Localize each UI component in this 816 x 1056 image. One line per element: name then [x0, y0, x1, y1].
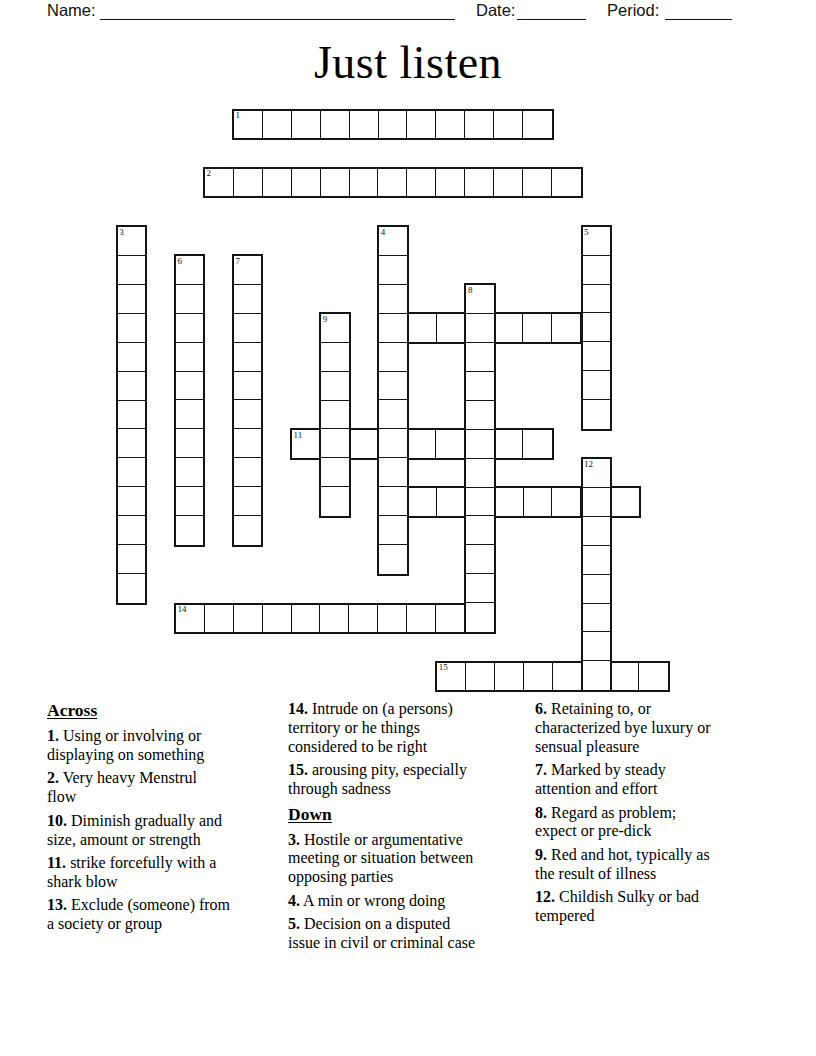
clue-text: Marked by steady attention and effort [535, 761, 666, 797]
clue-number: 14. [288, 700, 308, 717]
clue-13-across: 13. Exclude (someone) from a society or … [47, 896, 268, 934]
cell[interactable] [495, 663, 524, 690]
clue-text: Intrude on (a persons) territory or he t… [288, 700, 453, 755]
grid-number-6: 6 [177, 257, 182, 266]
clue-text: arousing pity, especially through sadnes… [288, 761, 467, 797]
clue-number: 8. [535, 804, 547, 821]
clue-text: Very heavy Menstrul flow [47, 769, 197, 805]
cell[interactable] [436, 111, 465, 138]
cell[interactable] [583, 661, 610, 690]
cell[interactable] [583, 400, 610, 429]
clue-text: Diminish gradually and size, amount or s… [47, 812, 222, 848]
cell[interactable] [408, 430, 437, 457]
grid-number-1: 1 [236, 111, 241, 120]
cell[interactable] [118, 487, 145, 516]
grid-number-9: 9 [323, 315, 328, 324]
cell[interactable] [118, 574, 145, 603]
cell[interactable] [466, 545, 493, 574]
across-14-slot: 14 [174, 603, 496, 634]
cell[interactable] [118, 516, 145, 545]
down-header: Down [288, 804, 521, 825]
down-12-slot: 12 [581, 457, 612, 692]
down-5-slot: 5 [581, 225, 612, 431]
down-7-slot: 7 [232, 254, 263, 547]
cell[interactable] [407, 169, 436, 196]
clue-number: 7. [535, 761, 547, 778]
cell[interactable] [234, 487, 261, 516]
cell[interactable] [118, 256, 145, 285]
cell[interactable] [583, 256, 610, 285]
cell[interactable] [378, 169, 407, 196]
cell[interactable] [583, 517, 610, 546]
cell[interactable] [407, 605, 436, 632]
cell[interactable] [495, 314, 524, 341]
cell[interactable]: 7 [234, 256, 261, 285]
cell[interactable] [321, 429, 348, 458]
cell[interactable] [379, 372, 406, 401]
clue-5-down: 5. Decision on a disputed issue in civil… [288, 915, 521, 953]
clue-number: 11. [47, 854, 66, 871]
cell[interactable] [583, 632, 610, 661]
clue-text: Red and hot, typically as the result of … [535, 846, 710, 882]
cell[interactable] [465, 169, 494, 196]
clue-10-across: 10. Diminish gradually and size, amount … [47, 812, 268, 850]
grid-number-7: 7 [236, 257, 241, 266]
cell[interactable] [263, 111, 292, 138]
cell[interactable] [583, 342, 610, 371]
cell[interactable]: 8 [466, 285, 493, 314]
cell[interactable] [408, 314, 437, 341]
clue-number: 6. [535, 700, 547, 717]
cell[interactable] [583, 546, 610, 575]
cell[interactable] [118, 458, 145, 487]
cell[interactable]: 6 [176, 256, 203, 285]
cell[interactable] [639, 663, 668, 690]
cell[interactable] [292, 111, 321, 138]
cell[interactable] [466, 574, 493, 603]
cell[interactable] [523, 430, 552, 457]
cell[interactable] [407, 111, 436, 138]
cell[interactable] [436, 169, 465, 196]
cell[interactable] [176, 400, 203, 429]
cell[interactable] [379, 429, 406, 458]
across-1-slot: 1 [232, 109, 554, 140]
cell[interactable] [378, 605, 407, 632]
grid-number-4: 4 [381, 228, 386, 237]
cell[interactable] [321, 458, 348, 487]
grid-number-8: 8 [468, 286, 473, 295]
cell[interactable] [320, 605, 349, 632]
across-15-slot: 15 [435, 661, 670, 692]
cell[interactable] [118, 285, 145, 314]
cell[interactable] [553, 663, 582, 690]
cell[interactable]: 4 [379, 227, 406, 256]
clue-text: Exclude (someone) from a society or grou… [47, 896, 230, 932]
cell[interactable] [321, 169, 350, 196]
cell[interactable] [234, 400, 261, 429]
clue-14-across: 14. Intrude on (a persons) territory or … [288, 700, 521, 757]
cell[interactable] [118, 372, 145, 401]
cell[interactable] [523, 169, 552, 196]
cell[interactable] [234, 343, 261, 372]
worksheet-page: Name: Date: Period: Just listen 12101113… [0, 0, 816, 1056]
clue-11-across: 11. strike forcefully with a shark blow [47, 854, 268, 892]
cell[interactable] [176, 314, 203, 343]
grid-number-12: 12 [584, 460, 593, 469]
cell[interactable] [379, 487, 406, 516]
cell[interactable] [234, 285, 261, 314]
clue-number: 10. [47, 812, 67, 829]
down-8-slot: 8 [464, 283, 495, 634]
cell[interactable] [379, 256, 406, 285]
cell[interactable] [263, 169, 292, 196]
cell[interactable] [176, 285, 203, 314]
clue-number: 12. [535, 888, 555, 905]
cell[interactable]: 1 [234, 111, 263, 138]
cell[interactable] [465, 111, 494, 138]
cell[interactable] [349, 605, 378, 632]
cell[interactable]: 3 [118, 227, 145, 256]
grid-number-3: 3 [119, 228, 124, 237]
cell[interactable] [552, 488, 581, 515]
grid-number-11: 11 [294, 431, 303, 440]
clue-text: Using or involving or displaying on some… [47, 727, 204, 763]
clue-number: 3. [288, 831, 300, 848]
cell[interactable] [379, 458, 406, 487]
clue-column-2: 14. Intrude on (a persons) territory or … [288, 700, 521, 957]
clue-15-across: 15. arousing pity, especially through sa… [288, 761, 521, 799]
cell[interactable] [495, 488, 524, 515]
grid-number-2: 2 [206, 169, 211, 178]
cell[interactable] [176, 343, 203, 372]
cell[interactable] [321, 343, 348, 372]
cell[interactable] [118, 343, 145, 372]
down-3-slot: 3 [116, 225, 147, 605]
cell[interactable] [523, 314, 552, 341]
down-4-slot: 4 [377, 225, 408, 576]
cell[interactable] [205, 605, 234, 632]
clue-9-down: 9. Red and hot, typically as the result … [535, 846, 761, 884]
cell[interactable] [176, 429, 203, 458]
cell[interactable]: 12 [583, 459, 610, 488]
cell[interactable] [234, 516, 261, 545]
cell[interactable] [379, 400, 406, 429]
clue-2-across: 2. Very heavy Menstrul flow [47, 769, 268, 807]
clue-text: Retaining to, or characterized bye luxur… [535, 700, 710, 755]
clue-number: 15. [288, 761, 308, 778]
cell[interactable] [583, 313, 610, 342]
cell[interactable] [408, 488, 437, 515]
cell[interactable] [350, 430, 379, 457]
cell[interactable] [263, 605, 292, 632]
clue-8-down: 8. Regard as problem; expect or pre-dick [535, 804, 761, 842]
cell[interactable] [466, 663, 495, 690]
cell[interactable] [437, 488, 466, 515]
cell[interactable] [494, 111, 523, 138]
cell[interactable] [321, 487, 348, 516]
cell[interactable] [176, 516, 203, 545]
cell[interactable] [466, 401, 493, 430]
cell[interactable] [466, 372, 493, 401]
grid-number-15: 15 [439, 663, 448, 672]
cell[interactable] [234, 372, 261, 401]
clue-text: Childish Sulky or bad tempered [535, 888, 699, 924]
cell[interactable] [379, 545, 406, 574]
cell[interactable] [466, 430, 493, 459]
cell[interactable] [379, 516, 406, 545]
clue-number: 5. [288, 915, 300, 932]
cell[interactable] [234, 605, 263, 632]
cell[interactable] [118, 429, 145, 458]
cell[interactable] [118, 401, 145, 430]
cell[interactable] [466, 343, 493, 372]
cell[interactable] [583, 371, 610, 400]
cell[interactable] [583, 285, 610, 314]
cell[interactable] [466, 459, 493, 488]
cell[interactable] [552, 169, 581, 196]
cell[interactable] [321, 111, 350, 138]
clue-text: strike forcefully with a shark blow [47, 854, 216, 890]
cell[interactable] [523, 111, 552, 138]
cell[interactable] [524, 663, 553, 690]
cell[interactable] [466, 314, 493, 343]
clue-text: A min or wrong doing [300, 892, 445, 909]
cell[interactable] [583, 488, 610, 517]
cell[interactable] [234, 458, 261, 487]
cell[interactable] [466, 516, 493, 545]
grid-number-14: 14 [177, 605, 186, 614]
cell[interactable] [379, 285, 406, 314]
cell[interactable] [379, 343, 406, 372]
cell[interactable] [466, 488, 493, 517]
cell[interactable] [234, 429, 261, 458]
cell[interactable] [321, 372, 348, 401]
cell[interactable] [118, 314, 145, 343]
cell[interactable] [610, 488, 639, 515]
clue-12-down: 12. Childish Sulky or bad tempered [535, 888, 761, 926]
cell[interactable] [350, 169, 379, 196]
cell[interactable] [466, 603, 493, 632]
down-6-slot: 6 [174, 254, 205, 547]
cell[interactable]: 2 [205, 169, 234, 196]
clue-column-3: 6. Retaining to, or characterized bye lu… [535, 700, 761, 930]
across-header: Across [47, 700, 268, 721]
clue-7-down: 7. Marked by steady attention and effort [535, 761, 761, 799]
cell[interactable]: 14 [176, 605, 205, 632]
cell[interactable] [292, 169, 321, 196]
cell[interactable] [350, 111, 379, 138]
cell[interactable] [552, 314, 581, 341]
across-2-slot: 2 [203, 167, 583, 198]
clue-number: 2. [47, 769, 59, 786]
cell[interactable] [118, 545, 145, 574]
cell[interactable] [234, 169, 263, 196]
cell[interactable] [292, 605, 321, 632]
cell[interactable] [234, 314, 261, 343]
cell[interactable] [176, 372, 203, 401]
clue-1-across: 1. Using or involving or displaying on s… [47, 727, 268, 765]
cell[interactable]: 15 [437, 663, 466, 690]
cell[interactable] [176, 487, 203, 516]
clue-4-down: 4. A min or wrong doing [288, 892, 521, 911]
clue-3-down: 3. Hostile or argumentative meeting or s… [288, 831, 521, 888]
cell[interactable] [494, 430, 523, 457]
cell[interactable] [610, 663, 639, 690]
cell[interactable] [524, 488, 553, 515]
cell[interactable] [379, 314, 406, 343]
cell[interactable] [583, 575, 610, 604]
grid-number-5: 5 [584, 228, 589, 237]
cell[interactable] [436, 430, 465, 457]
down-9-slot: 9 [319, 312, 350, 518]
cell[interactable] [494, 169, 523, 196]
cell[interactable] [436, 605, 465, 632]
clue-6-down: 6. Retaining to, or characterized bye lu… [535, 700, 761, 757]
cell[interactable]: 9 [321, 314, 348, 343]
cell[interactable] [321, 401, 348, 430]
cell[interactable] [583, 604, 610, 633]
cell[interactable] [437, 314, 466, 341]
clue-text: Hostile or argumentative meeting or situ… [288, 831, 473, 886]
clue-number: 9. [535, 846, 547, 863]
cell[interactable] [379, 111, 408, 138]
clue-number: 13. [47, 896, 67, 913]
clue-text: Decision on a disputed issue in civil or… [288, 915, 475, 951]
clue-text: Regard as problem; expect or pre-dick [535, 804, 676, 840]
clue-number: 1. [47, 727, 59, 744]
clue-number: 4. [288, 892, 300, 909]
cell[interactable]: 5 [583, 227, 610, 256]
clue-column-1: Across1. Using or involving or displayin… [47, 700, 268, 939]
cell[interactable]: 11 [292, 430, 321, 457]
cell[interactable] [176, 458, 203, 487]
